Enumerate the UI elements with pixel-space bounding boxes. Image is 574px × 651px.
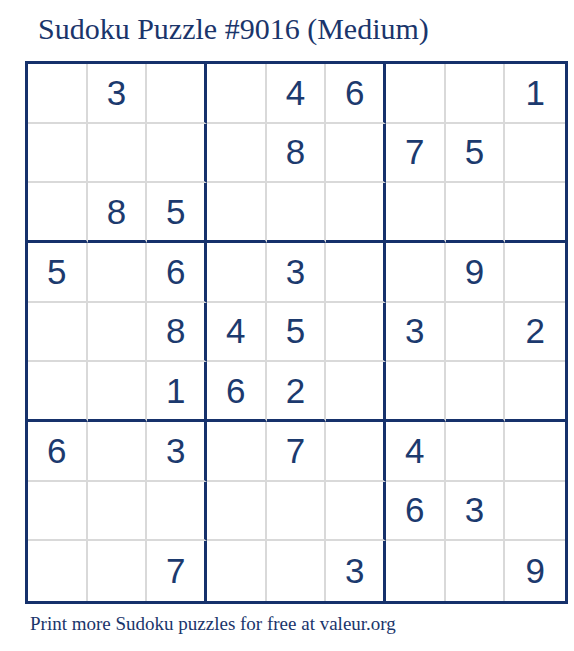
cell-r5c9: 2 (505, 303, 565, 363)
cell-r8c9 (505, 482, 565, 542)
cell-r9c7 (386, 541, 446, 601)
cell-r1c3 (147, 64, 207, 124)
cell-r5c2 (88, 303, 148, 363)
cell-r4c9 (505, 243, 565, 303)
cell-r7c9 (505, 422, 565, 482)
cell-r2c4 (207, 124, 267, 184)
footer-text: Print more Sudoku puzzles for free at va… (30, 613, 396, 635)
cell-r6c9 (505, 362, 565, 422)
cell-r2c1 (28, 124, 88, 184)
cell-r7c3: 3 (147, 422, 207, 482)
cell-r7c6 (326, 422, 386, 482)
cell-r2c2 (88, 124, 148, 184)
cell-r7c2 (88, 422, 148, 482)
cell-r4c1: 5 (28, 243, 88, 303)
cell-r3c5 (267, 183, 327, 243)
cell-r2c3 (147, 124, 207, 184)
cell-r3c9 (505, 183, 565, 243)
cell-r2c7: 7 (386, 124, 446, 184)
cell-r4c4 (207, 243, 267, 303)
cell-r8c2 (88, 482, 148, 542)
cell-r5c8 (446, 303, 506, 363)
cell-r1c1 (28, 64, 88, 124)
cell-r9c4 (207, 541, 267, 601)
cell-r6c2 (88, 362, 148, 422)
cell-r7c7: 4 (386, 422, 446, 482)
cell-r6c7 (386, 362, 446, 422)
cell-r3c6 (326, 183, 386, 243)
cell-r8c7: 6 (386, 482, 446, 542)
cell-r5c5: 5 (267, 303, 327, 363)
cell-r1c5: 4 (267, 64, 327, 124)
cell-r2c8: 5 (446, 124, 506, 184)
cell-r3c8 (446, 183, 506, 243)
sudoku-page: Sudoku Puzzle #9016 (Medium) 34618758556… (0, 0, 574, 651)
cell-r4c3: 6 (147, 243, 207, 303)
cell-r1c7 (386, 64, 446, 124)
cell-r8c5 (267, 482, 327, 542)
cell-r2c5: 8 (267, 124, 327, 184)
cell-r4c2 (88, 243, 148, 303)
cell-r4c5: 3 (267, 243, 327, 303)
cell-r1c4 (207, 64, 267, 124)
cell-r4c7 (386, 243, 446, 303)
cell-r3c1 (28, 183, 88, 243)
cell-r6c8 (446, 362, 506, 422)
cell-r7c4 (207, 422, 267, 482)
cell-r3c3: 5 (147, 183, 207, 243)
cell-r8c4 (207, 482, 267, 542)
cell-r1c9: 1 (505, 64, 565, 124)
cell-r1c2: 3 (88, 64, 148, 124)
cell-r7c1: 6 (28, 422, 88, 482)
cell-r3c7 (386, 183, 446, 243)
cell-r4c8: 9 (446, 243, 506, 303)
cell-r3c2: 8 (88, 183, 148, 243)
cell-r4c6 (326, 243, 386, 303)
cell-r2c6 (326, 124, 386, 184)
cell-r8c1 (28, 482, 88, 542)
cell-r3c4 (207, 183, 267, 243)
sudoku-grid: 346187585563984532162637463739 (25, 61, 568, 604)
cell-r9c5 (267, 541, 327, 601)
cell-r9c2 (88, 541, 148, 601)
cell-r6c5: 2 (267, 362, 327, 422)
cell-r5c4: 4 (207, 303, 267, 363)
cell-r1c8 (446, 64, 506, 124)
cell-r6c4: 6 (207, 362, 267, 422)
cell-r9c1 (28, 541, 88, 601)
cell-r7c8 (446, 422, 506, 482)
cell-r6c1 (28, 362, 88, 422)
cell-r2c9 (505, 124, 565, 184)
cell-r8c3 (147, 482, 207, 542)
cell-r6c6 (326, 362, 386, 422)
cell-r8c6 (326, 482, 386, 542)
cell-r5c1 (28, 303, 88, 363)
cell-r5c6 (326, 303, 386, 363)
cell-r8c8: 3 (446, 482, 506, 542)
page-title: Sudoku Puzzle #9016 (Medium) (38, 12, 429, 46)
cell-r9c9: 9 (505, 541, 565, 601)
cell-r5c7: 3 (386, 303, 446, 363)
cell-r9c6: 3 (326, 541, 386, 601)
cell-r6c3: 1 (147, 362, 207, 422)
cell-r9c8 (446, 541, 506, 601)
cell-r5c3: 8 (147, 303, 207, 363)
cell-r9c3: 7 (147, 541, 207, 601)
cell-r7c5: 7 (267, 422, 327, 482)
cell-r1c6: 6 (326, 64, 386, 124)
